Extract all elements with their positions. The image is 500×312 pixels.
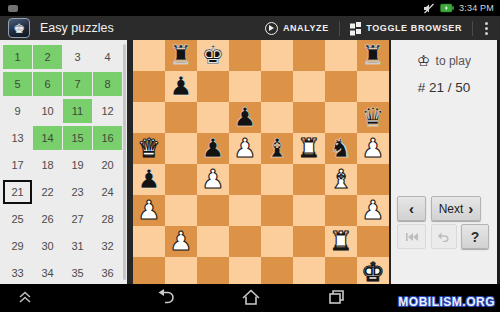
black-queen[interactable]: ♛ [361,102,384,133]
black-rook[interactable]: ♜ [169,40,192,71]
square-d7[interactable] [229,71,261,102]
square-f3[interactable] [293,195,325,226]
black-pawn[interactable]: ♟ [137,164,160,195]
puzzle-cell-14[interactable]: 14 [33,126,62,150]
undo-button[interactable] [431,224,457,249]
rewind-icon [405,232,419,242]
puzzle-cell-2[interactable]: 2 [33,45,62,69]
puzzle-cell-32[interactable]: 32 [93,234,122,258]
puzzle-cell-12[interactable]: 12 [93,99,122,123]
white-king-icon: ♔ [417,52,430,70]
puzzle-cell-35[interactable]: 35 [63,261,92,285]
square-g8[interactable] [325,40,357,71]
hint-button[interactable]: ? [461,224,489,249]
to-play-indicator: ♔ to play [391,52,497,70]
square-d2[interactable] [229,226,261,257]
square-e7[interactable] [261,71,293,102]
square-a4[interactable]: ♟ [133,164,165,195]
square-e3[interactable] [261,195,293,226]
white-pawn[interactable]: ♟ [233,133,256,164]
puzzle-cell-34[interactable]: 34 [33,261,62,285]
play-icon [265,22,278,35]
black-bishop[interactable]: ♝ [265,133,288,164]
square-d4[interactable] [229,164,261,195]
black-pawn[interactable]: ♟ [169,71,192,102]
square-c2[interactable] [197,226,229,257]
white-pawn[interactable]: ♟ [201,164,224,195]
square-c5[interactable]: ♟ [197,133,229,164]
status-bar: 3:34 PM [0,0,500,16]
puzzle-cell-17[interactable]: 17 [3,153,32,177]
analyze-button[interactable]: ANALYZE [255,16,339,40]
square-f8[interactable] [293,40,325,71]
square-h6[interactable]: ♛ [357,102,389,133]
chess-board[interactable]: ♜♚♜♟♟♛♛♟♟♝♜♞♟♟♟♝♟♟♟♜♚ [133,40,389,288]
puzzle-cell-11[interactable]: 11 [63,99,92,123]
square-f6[interactable] [293,102,325,133]
back-icon[interactable] [156,288,176,307]
square-a5[interactable]: ♛ [133,133,165,164]
app-logo-icon: ♚ [8,18,30,38]
puzzle-list-panel: 1234567891011121314151617181920212223242… [0,40,127,284]
next-button[interactable]: Next › [431,196,481,221]
white-pawn[interactable]: ♟ [361,133,384,164]
browser-grid-icon [350,22,362,34]
square-c3[interactable] [197,195,229,226]
mute-icon [423,3,435,14]
black-rook[interactable]: ♜ [361,40,384,71]
square-f2[interactable] [293,226,325,257]
square-a7[interactable] [133,71,165,102]
undo-icon [437,231,451,242]
puzzle-cell-24[interactable]: 24 [93,180,122,204]
puzzle-cell-10[interactable]: 10 [33,99,62,123]
side-panel: ♔ to play # 21 / 50 ‹ Next › ? [391,40,500,284]
square-b2[interactable]: ♟ [165,226,197,257]
puzzle-cell-22[interactable]: 22 [33,180,62,204]
square-h8[interactable]: ♜ [357,40,389,71]
page-title: Easy puzzles [40,21,114,35]
puzzle-cell-6[interactable]: 6 [33,72,62,96]
square-f7[interactable] [293,71,325,102]
square-d3[interactable] [229,195,261,226]
clock: 3:34 PM [459,3,494,13]
chevron-right-icon: › [468,201,473,216]
square-f4[interactable] [293,164,325,195]
square-e8[interactable] [261,40,293,71]
puzzle-cell-3[interactable]: 3 [63,45,92,69]
app-screen: 3:34 PM ♚ Easy puzzles ANALYZE TOGGLE BR… [0,0,500,312]
square-b7[interactable]: ♟ [165,71,197,102]
white-pawn[interactable]: ♟ [361,195,384,226]
square-g3[interactable] [325,195,357,226]
puzzle-cell-29[interactable]: 29 [3,234,32,258]
square-g4[interactable]: ♝ [325,164,357,195]
square-h4[interactable] [357,164,389,195]
puzzle-cell-15[interactable]: 15 [63,126,92,150]
square-a2[interactable] [133,226,165,257]
square-g5[interactable]: ♞ [325,133,357,164]
square-e2[interactable] [261,226,293,257]
puzzle-cell-31[interactable]: 31 [63,234,92,258]
square-h3[interactable]: ♟ [357,195,389,226]
square-d8[interactable] [229,40,261,71]
puzzle-cell-16[interactable]: 16 [93,126,122,150]
square-c4[interactable]: ♟ [197,164,229,195]
square-b3[interactable] [165,195,197,226]
recents-icon[interactable] [327,288,347,307]
black-pawn[interactable]: ♟ [233,102,256,133]
puzzle-cell-7[interactable]: 7 [63,72,92,96]
scrollbar[interactable] [123,44,126,280]
expand-icon[interactable] [16,288,34,306]
square-f5[interactable]: ♜ [293,133,325,164]
puzzle-cell-19[interactable]: 19 [63,153,92,177]
square-a6[interactable] [133,102,165,133]
puzzle-cell-5[interactable]: 5 [3,72,32,96]
square-g2[interactable]: ♜ [325,226,357,257]
puzzle-cell-23[interactable]: 23 [63,180,92,204]
overflow-menu-icon[interactable] [473,16,500,40]
square-b4[interactable] [165,164,197,195]
puzzle-cell-13[interactable]: 13 [3,126,32,150]
puzzle-cell-30[interactable]: 30 [33,234,62,258]
square-e4[interactable] [261,164,293,195]
puzzle-cell-26[interactable]: 26 [33,207,62,231]
puzzle-grid: 1234567891011121314151617181920212223242… [0,40,127,285]
white-rook[interactable]: ♜ [329,226,352,257]
square-h5[interactable]: ♟ [357,133,389,164]
home-icon[interactable] [241,288,261,307]
square-d6[interactable]: ♟ [229,102,261,133]
square-h2[interactable] [357,226,389,257]
puzzle-cell-9[interactable]: 9 [3,99,32,123]
square-e5[interactable]: ♝ [261,133,293,164]
puzzle-cell-1[interactable]: 1 [3,45,32,69]
white-rook[interactable]: ♜ [297,133,320,164]
puzzle-cell-33[interactable]: 33 [3,261,32,285]
puzzle-cell-36[interactable]: 36 [93,261,122,285]
square-g7[interactable] [325,71,357,102]
square-g6[interactable] [325,102,357,133]
square-b8[interactable]: ♜ [165,40,197,71]
black-pawn[interactable]: ♟ [201,133,224,164]
previous-button[interactable]: ‹ [397,196,426,221]
square-a8[interactable] [133,40,165,71]
puzzle-cell-8[interactable]: 8 [93,72,122,96]
square-c6[interactable] [197,102,229,133]
battery-icon [440,3,454,13]
white-bishop[interactable]: ♝ [329,164,352,195]
notification-icon [8,5,18,12]
white-pawn[interactable]: ♟ [169,226,192,257]
puzzle-cell-21[interactable]: 21 [3,180,32,204]
puzzle-cell-20[interactable]: 20 [93,153,122,177]
puzzle-cell-28[interactable]: 28 [93,207,122,231]
white-queen[interactable]: ♛ [137,133,160,164]
toggle-browser-button[interactable]: TOGGLE BROWSER [340,16,472,40]
square-b6[interactable] [165,102,197,133]
puzzle-cell-4[interactable]: 4 [93,45,122,69]
square-c7[interactable] [197,71,229,102]
puzzle-cell-25[interactable]: 25 [3,207,32,231]
white-pawn[interactable]: ♟ [137,195,160,226]
rewind-button[interactable] [397,224,426,249]
puzzle-cell-27[interactable]: 27 [63,207,92,231]
square-h7[interactable] [357,71,389,102]
mobilism-watermark: MOBILISM.ORG [398,295,495,309]
puzzle-cell-18[interactable]: 18 [33,153,62,177]
black-knight[interactable]: ♞ [329,133,352,164]
square-b5[interactable] [165,133,197,164]
square-a3[interactable]: ♟ [133,195,165,226]
square-d5[interactable]: ♟ [229,133,261,164]
black-king[interactable]: ♚ [201,40,224,71]
puzzle-counter: # 21 / 50 [391,80,497,95]
app-bar: ♚ Easy puzzles ANALYZE TOGGLE BROWSER [0,16,500,40]
square-e6[interactable] [261,102,293,133]
square-c8[interactable]: ♚ [197,40,229,71]
chevron-left-icon: ‹ [409,201,414,216]
